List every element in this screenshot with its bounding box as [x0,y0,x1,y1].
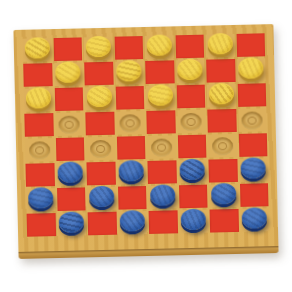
square-r1c7[interactable] [206,34,235,58]
square-r6c6[interactable] [178,160,207,184]
square-r8c5[interactable] [149,210,178,234]
square-r3c1[interactable] [24,88,53,112]
checker-blue[interactable] [59,211,84,233]
checker-yellow[interactable] [238,57,263,79]
square-r1c3[interactable] [84,37,113,61]
piece-recess [59,115,80,133]
checker-blue[interactable] [241,157,266,179]
square-r6c3[interactable] [86,162,115,186]
square-r2c6[interactable] [176,60,205,84]
square-r5c1[interactable] [25,138,54,162]
square-r7c2[interactable] [57,187,86,211]
checker-blue[interactable] [89,186,114,208]
square-r1c6[interactable] [175,35,204,59]
square-r2c3[interactable] [84,62,113,86]
square-r4c3[interactable] [85,112,114,136]
square-r1c4[interactable] [114,36,143,60]
checker-blue[interactable] [211,183,236,205]
square-r4c4[interactable] [116,111,145,135]
square-r7c5[interactable] [148,185,177,209]
checker-blue[interactable] [120,210,145,232]
piece-recess [90,139,111,157]
square-r3c7[interactable] [207,84,236,108]
recess-dimple [187,117,196,125]
square-r8c7[interactable] [210,209,239,233]
checker-yellow[interactable] [86,86,111,108]
checker-yellow[interactable] [55,61,80,83]
square-r2c2[interactable] [54,62,83,86]
recess-dimple [157,143,166,151]
recess-dimple [35,146,44,154]
square-r4c8[interactable] [238,108,267,132]
square-r4c5[interactable] [146,110,175,134]
piece-recess [242,111,263,129]
square-r1c1[interactable] [23,38,52,62]
square-r5c4[interactable] [116,136,145,160]
square-r8c4[interactable] [118,211,147,235]
square-r6c1[interactable] [25,163,54,187]
square-r8c1[interactable] [27,213,56,237]
square-r6c4[interactable] [117,161,146,185]
recess-dimple [218,142,227,150]
board-face [13,24,278,252]
square-r3c3[interactable] [85,87,114,111]
square-r6c8[interactable] [239,158,268,182]
square-r1c5[interactable] [145,35,174,59]
checker-yellow[interactable] [177,59,202,81]
square-r8c2[interactable] [57,212,86,236]
checker-yellow[interactable] [116,60,141,82]
checker-blue[interactable] [119,160,144,182]
square-r2c8[interactable] [237,58,266,82]
square-r5c5[interactable] [147,135,176,159]
square-r5c6[interactable] [177,135,206,159]
square-r8c3[interactable] [88,212,117,236]
square-r3c8[interactable] [237,83,266,107]
checker-yellow[interactable] [24,37,49,59]
piece-recess [212,137,233,155]
square-r4c2[interactable] [55,112,84,136]
square-r5c2[interactable] [55,137,84,161]
square-r6c2[interactable] [56,162,85,186]
square-r6c7[interactable] [208,159,237,183]
square-r8c8[interactable] [240,208,269,232]
checker-yellow[interactable] [25,87,50,109]
checker-yellow[interactable] [208,83,233,105]
checker-blue[interactable] [180,159,205,181]
square-r5c3[interactable] [86,137,115,161]
checker-blue[interactable] [242,207,267,229]
checker-yellow[interactable] [146,34,171,56]
square-r5c8[interactable] [238,133,267,157]
square-r4c6[interactable] [177,110,206,134]
square-r2c1[interactable] [23,63,52,87]
square-r7c8[interactable] [239,183,268,207]
checker-blue[interactable] [181,209,206,231]
recess-dimple [96,144,105,152]
piece-recess [151,138,172,156]
square-r3c6[interactable] [176,85,205,109]
checkers-board [13,24,278,259]
square-r7c6[interactable] [179,185,208,209]
square-r2c7[interactable] [206,59,235,83]
square-r7c3[interactable] [87,187,116,211]
checker-yellow[interactable] [85,36,110,58]
square-r2c5[interactable] [145,60,174,84]
recess-dimple [65,120,74,128]
square-r7c7[interactable] [209,184,238,208]
square-r3c2[interactable] [54,87,83,111]
checker-blue[interactable] [150,184,175,206]
checker-yellow[interactable] [147,84,172,106]
checker-blue[interactable] [28,187,53,209]
square-r4c1[interactable] [24,113,53,137]
board-grid [23,33,269,236]
square-r8c6[interactable] [179,210,208,234]
square-r3c5[interactable] [146,85,175,109]
checker-blue[interactable] [58,161,83,183]
square-r7c1[interactable] [26,188,55,212]
square-r7c4[interactable] [118,186,147,210]
square-r6c5[interactable] [147,160,176,184]
recess-dimple [248,116,257,124]
square-r1c2[interactable] [53,37,82,61]
square-r5c7[interactable] [208,134,237,158]
square-r2c4[interactable] [115,61,144,85]
square-r4c7[interactable] [207,109,236,133]
recess-dimple [126,119,135,127]
checker-yellow[interactable] [207,33,232,55]
piece-recess [120,114,141,132]
piece-recess [181,112,202,130]
piece-recess [29,141,50,159]
photo-background [0,27,292,292]
square-r1c8[interactable] [236,33,265,57]
square-r3c4[interactable] [115,86,144,110]
